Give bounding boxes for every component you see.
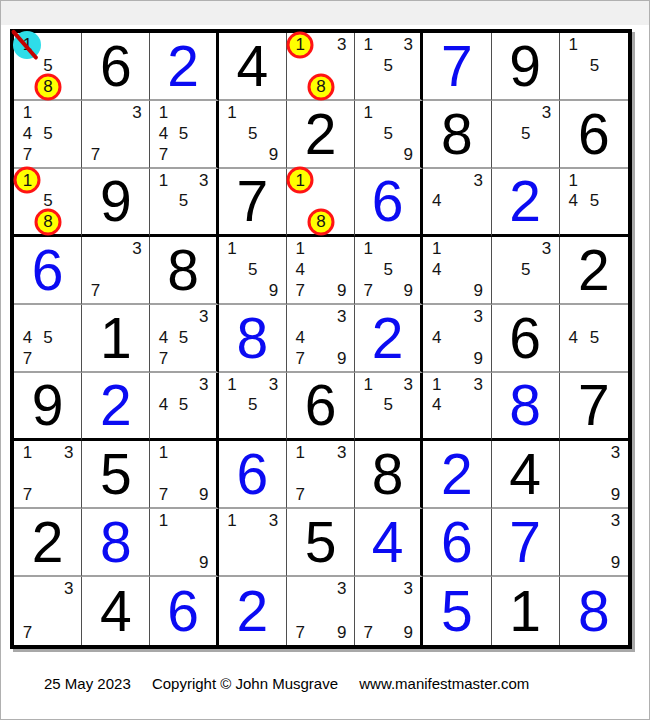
cell-r9c4[interactable]: 2 — [219, 577, 287, 645]
empty-candidate-slot — [331, 259, 352, 280]
empty-candidate-slot — [127, 259, 148, 280]
empty-candidate-slot — [563, 306, 584, 327]
cell-r9c8[interactable]: 1 — [492, 577, 560, 645]
candidate-1[interactable]: 1 — [290, 238, 311, 259]
empty-candidate-slot — [515, 238, 536, 259]
empty-candidate-slot — [222, 123, 243, 144]
candidate-3[interactable]: 3 — [468, 170, 489, 191]
empty-candidate-slot — [584, 484, 605, 505]
candidate-9[interactable]: 9 — [398, 621, 418, 643]
candidate-1-highlighted[interactable]: 1 — [17, 170, 38, 191]
cell-r1c5[interactable]: 138 — [287, 33, 355, 101]
cell-r7c6[interactable]: 8 — [355, 441, 423, 509]
candidate-3[interactable]: 3 — [605, 510, 626, 531]
cell-r2c1[interactable]: 1457 — [14, 101, 82, 169]
candidate-9[interactable]: 9 — [331, 348, 352, 369]
empty-candidate-slot — [398, 415, 418, 436]
empty-candidate-slot — [153, 306, 173, 327]
empty-candidate-slot — [17, 191, 38, 212]
candidate-7[interactable]: 7 — [290, 621, 311, 643]
cell-r3c1[interactable]: 158 — [14, 169, 82, 237]
pencil-marks: 158 — [17, 34, 79, 97]
candidate-4[interactable]: 4 — [153, 123, 173, 144]
candidate-1[interactable]: 1 — [358, 102, 378, 123]
candidate-8-highlighted[interactable]: 8 — [311, 76, 332, 97]
pencil-marks: 159 — [222, 238, 284, 301]
cell-r2c5[interactable]: 2 — [287, 101, 355, 169]
empty-candidate-slot — [106, 259, 127, 280]
candidate-7[interactable]: 7 — [17, 348, 38, 369]
cell-r3c9[interactable]: 145 — [560, 169, 628, 237]
candidate-3[interactable]: 3 — [468, 306, 489, 327]
candidate-3[interactable]: 3 — [536, 238, 557, 259]
cell-r9c3[interactable]: 6 — [150, 577, 218, 645]
candidate-4[interactable]: 4 — [290, 327, 311, 348]
cell-r4c7[interactable]: 149 — [423, 237, 491, 305]
empty-candidate-slot — [378, 34, 398, 55]
candidate-1[interactable]: 1 — [222, 374, 243, 395]
candidate-3[interactable]: 3 — [263, 374, 284, 395]
candidate-4[interactable]: 4 — [563, 327, 584, 348]
empty-candidate-slot — [222, 144, 243, 165]
candidate-5[interactable]: 5 — [515, 123, 536, 144]
empty-candidate-slot — [263, 259, 284, 280]
cell-r7c1[interactable]: 137 — [14, 441, 82, 509]
candidate-9[interactable]: 9 — [398, 280, 418, 301]
cell-r6c1[interactable]: 9 — [14, 373, 82, 441]
empty-candidate-slot — [174, 306, 194, 327]
pencil-marks: 379 — [358, 578, 418, 643]
empty-candidate-slot — [222, 552, 243, 573]
cell-r8c8[interactable]: 7 — [492, 509, 560, 577]
candidate-1[interactable]: 1 — [153, 102, 173, 123]
cell-r4c4[interactable]: 159 — [219, 237, 287, 305]
solved-digit-6: 6 — [150, 577, 215, 645]
empty-candidate-slot — [263, 102, 284, 123]
empty-candidate-slot — [38, 442, 59, 463]
candidate-3[interactable]: 3 — [194, 374, 214, 395]
empty-candidate-slot — [242, 102, 263, 123]
empty-candidate-slot — [153, 374, 173, 395]
cell-r8c3[interactable]: 19 — [150, 509, 218, 577]
candidate-4[interactable]: 4 — [290, 259, 311, 280]
empty-candidate-slot — [358, 144, 378, 165]
cell-r5c3[interactable]: 3457 — [150, 305, 218, 373]
cell-r4c1[interactable]: 6 — [14, 237, 82, 305]
cell-r7c4[interactable]: 6 — [219, 441, 287, 509]
cell-r1c2[interactable]: 6 — [82, 33, 150, 101]
cell-r1c4[interactable]: 4 — [219, 33, 287, 101]
cell-r2c2[interactable]: 37 — [82, 101, 150, 169]
candidate-5[interactable]: 5 — [174, 191, 194, 212]
candidate-9[interactable]: 9 — [331, 621, 352, 643]
empty-candidate-slot — [358, 123, 378, 144]
empty-candidate-slot — [605, 327, 626, 348]
candidate-1[interactable]: 1 — [358, 34, 378, 55]
candidate-5[interactable]: 5 — [378, 55, 398, 76]
cell-r8c6[interactable]: 4 — [355, 509, 423, 577]
empty-candidate-slot — [358, 600, 378, 622]
cell-r8c9[interactable]: 39 — [560, 509, 628, 577]
empty-candidate-slot — [242, 238, 263, 259]
empty-candidate-slot — [38, 621, 59, 643]
solved-digit-2: 2 — [219, 577, 286, 645]
cell-r9c1[interactable]: 37 — [14, 577, 82, 645]
candidate-9[interactable]: 9 — [194, 484, 214, 505]
cell-r4c8[interactable]: 35 — [492, 237, 560, 305]
candidate-1[interactable]: 1 — [153, 442, 173, 463]
candidate-3[interactable]: 3 — [331, 34, 352, 55]
cell-r9c9[interactable]: 8 — [560, 577, 628, 645]
candidate-3[interactable]: 3 — [58, 578, 79, 600]
cell-r1c1[interactable]: 158 — [14, 33, 82, 101]
pencil-marks: 13 — [222, 510, 284, 573]
candidate-9[interactable]: 9 — [263, 144, 284, 165]
cell-r7c5[interactable]: 137 — [287, 441, 355, 509]
cell-r9c5[interactable]: 379 — [287, 577, 355, 645]
empty-candidate-slot — [398, 55, 418, 76]
empty-candidate-slot — [563, 552, 584, 573]
candidate-7[interactable]: 7 — [17, 621, 38, 643]
candidate-9[interactable]: 9 — [468, 348, 489, 369]
empty-candidate-slot — [378, 415, 398, 436]
empty-candidate-slot — [58, 170, 79, 191]
empty-candidate-slot — [468, 327, 489, 348]
empty-candidate-slot — [222, 259, 243, 280]
given-digit-6: 6 — [492, 305, 559, 371]
given-digit-1: 1 — [82, 305, 149, 371]
candidate-3[interactable]: 3 — [398, 578, 418, 600]
cell-r5c5[interactable]: 3479 — [287, 305, 355, 373]
cell-r6c6[interactable]: 135 — [355, 373, 423, 441]
cell-r4c3[interactable]: 8 — [150, 237, 218, 305]
cell-r3c7[interactable]: 34 — [423, 169, 491, 237]
candidate-7[interactable]: 7 — [290, 484, 311, 505]
candidate-7[interactable]: 7 — [153, 484, 173, 505]
footer: 25 May 2023 Copyright © John Musgrave ww… — [44, 675, 529, 692]
cell-r5c8[interactable]: 6 — [492, 305, 560, 373]
empty-candidate-slot — [515, 102, 536, 123]
empty-candidate-slot — [398, 123, 418, 144]
empty-candidate-slot — [153, 463, 173, 484]
candidate-5[interactable]: 5 — [38, 327, 59, 348]
given-digit-6: 6 — [560, 101, 628, 167]
cell-r9c6[interactable]: 379 — [355, 577, 423, 645]
candidate-1[interactable]: 1 — [222, 510, 243, 531]
cell-r1c9[interactable]: 15 — [560, 33, 628, 101]
cell-r1c7[interactable]: 7 — [423, 33, 491, 101]
cell-r1c3[interactable]: 2 — [150, 33, 218, 101]
cell-r6c5[interactable]: 6 — [287, 373, 355, 441]
candidate-5[interactable]: 5 — [378, 395, 398, 416]
candidate-4[interactable]: 4 — [426, 327, 447, 348]
candidate-1-highlighted[interactable]: 1 — [290, 170, 311, 191]
candidate-5[interactable]: 5 — [378, 123, 398, 144]
empty-candidate-slot — [194, 191, 214, 212]
empty-candidate-slot — [605, 531, 626, 552]
solved-digit-7: 7 — [492, 509, 559, 575]
candidate-1[interactable]: 1 — [426, 238, 447, 259]
candidate-7[interactable]: 7 — [358, 621, 378, 643]
empty-candidate-slot — [311, 600, 332, 622]
pencil-marks: 137 — [290, 442, 352, 505]
candidate-1[interactable]: 1 — [563, 34, 584, 55]
cell-r6c9[interactable]: 7 — [560, 373, 628, 441]
candidate-9[interactable]: 9 — [468, 280, 489, 301]
candidate-3[interactable]: 3 — [127, 238, 148, 259]
candidate-1[interactable]: 1 — [358, 238, 378, 259]
candidate-7[interactable]: 7 — [85, 144, 106, 165]
empty-candidate-slot — [290, 463, 311, 484]
empty-candidate-slot — [447, 327, 468, 348]
empty-candidate-slot — [331, 76, 352, 97]
empty-candidate-slot — [584, 531, 605, 552]
candidate-3[interactable]: 3 — [331, 306, 352, 327]
candidate-5[interactable]: 5 — [378, 259, 398, 280]
candidate-4[interactable]: 4 — [426, 259, 447, 280]
candidate-4[interactable]: 4 — [17, 123, 38, 144]
candidate-4[interactable]: 4 — [153, 395, 173, 416]
candidate-9[interactable]: 9 — [263, 280, 284, 301]
candidate-1[interactable]: 1 — [358, 374, 378, 395]
cell-r4c5[interactable]: 1479 — [287, 237, 355, 305]
cell-r3c8[interactable]: 2 — [492, 169, 560, 237]
candidate-5[interactable]: 5 — [242, 123, 263, 144]
cell-r6c8[interactable]: 8 — [492, 373, 560, 441]
cell-r4c6[interactable]: 1579 — [355, 237, 423, 305]
empty-candidate-slot — [58, 484, 79, 505]
candidate-4[interactable]: 4 — [426, 395, 447, 416]
empty-candidate-slot — [106, 280, 127, 301]
cell-r3c4[interactable]: 7 — [219, 169, 287, 237]
candidate-3[interactable]: 3 — [194, 170, 214, 191]
candidate-5[interactable]: 5 — [38, 123, 59, 144]
empty-candidate-slot — [605, 463, 626, 484]
candidate-7[interactable]: 7 — [153, 348, 173, 369]
empty-candidate-slot — [38, 144, 59, 165]
empty-candidate-slot — [358, 578, 378, 600]
empty-candidate-slot — [58, 463, 79, 484]
empty-candidate-slot — [358, 415, 378, 436]
empty-candidate-slot — [398, 102, 418, 123]
cell-r7c3[interactable]: 179 — [150, 441, 218, 509]
empty-candidate-slot — [536, 280, 557, 301]
candidate-7[interactable]: 7 — [153, 144, 173, 165]
empty-candidate-slot — [17, 306, 38, 327]
candidate-8-highlighted[interactable]: 8 — [311, 211, 332, 232]
cell-r8c4[interactable]: 13 — [219, 509, 287, 577]
empty-candidate-slot — [38, 34, 59, 55]
top-strip — [1, 1, 649, 25]
cell-r3c2[interactable]: 9 — [82, 169, 150, 237]
cell-r5c4[interactable]: 8 — [219, 305, 287, 373]
solved-digit-2: 2 — [492, 169, 559, 234]
cell-r5c7[interactable]: 349 — [423, 305, 491, 373]
cell-r2c4[interactable]: 159 — [219, 101, 287, 169]
candidate-5[interactable]: 5 — [174, 395, 194, 416]
cell-r1c8[interactable]: 9 — [492, 33, 560, 101]
cell-r2c8[interactable]: 35 — [492, 101, 560, 169]
empty-candidate-slot — [153, 531, 173, 552]
cell-r6c4[interactable]: 135 — [219, 373, 287, 441]
empty-candidate-slot — [331, 463, 352, 484]
candidate-9[interactable]: 9 — [194, 552, 214, 573]
solved-digit-6: 6 — [14, 237, 81, 303]
given-digit-8: 8 — [150, 237, 215, 303]
empty-candidate-slot — [495, 280, 516, 301]
candidate-3[interactable]: 3 — [398, 34, 418, 55]
cell-r8c7[interactable]: 6 — [423, 509, 491, 577]
candidate-1[interactable]: 1 — [290, 442, 311, 463]
cell-r8c2[interactable]: 8 — [82, 509, 150, 577]
empty-candidate-slot — [358, 76, 378, 97]
candidate-1[interactable]: 1 — [222, 102, 243, 123]
cell-r5c6[interactable]: 2 — [355, 305, 423, 373]
cell-r4c2[interactable]: 37 — [82, 237, 150, 305]
candidate-9[interactable]: 9 — [605, 552, 626, 573]
candidate-4[interactable]: 4 — [153, 327, 173, 348]
empty-candidate-slot — [38, 578, 59, 600]
candidate-7[interactable]: 7 — [85, 280, 106, 301]
cell-r1c6[interactable]: 135 — [355, 33, 423, 101]
cell-r6c2[interactable]: 2 — [82, 373, 150, 441]
candidate-8-highlighted[interactable]: 8 — [38, 76, 59, 97]
cell-r9c7[interactable]: 5 — [423, 577, 491, 645]
candidate-8-highlighted[interactable]: 8 — [38, 211, 59, 232]
empty-candidate-slot — [242, 415, 263, 436]
cell-r3c3[interactable]: 135 — [150, 169, 218, 237]
candidate-5[interactable]: 5 — [584, 191, 605, 212]
candidate-5[interactable]: 5 — [242, 259, 263, 280]
given-digit-5: 5 — [287, 509, 354, 575]
empty-candidate-slot — [311, 238, 332, 259]
pencil-marks: 34 — [426, 170, 488, 232]
candidate-5[interactable]: 5 — [584, 327, 605, 348]
cell-r5c9[interactable]: 45 — [560, 305, 628, 373]
empty-candidate-slot — [263, 415, 284, 436]
cell-r6c3[interactable]: 345 — [150, 373, 218, 441]
solved-digit-2: 2 — [423, 441, 490, 507]
candidate-9[interactable]: 9 — [605, 484, 626, 505]
pencil-marks: 15 — [563, 34, 626, 97]
candidate-1[interactable]: 1 — [17, 442, 38, 463]
candidate-3[interactable]: 3 — [398, 374, 418, 395]
empty-candidate-slot — [426, 170, 447, 191]
candidate-3[interactable]: 3 — [605, 442, 626, 463]
empty-candidate-slot — [222, 415, 243, 436]
candidate-3[interactable]: 3 — [263, 510, 284, 531]
candidate-1-highlighted[interactable]: 1 — [290, 34, 311, 55]
candidate-3[interactable]: 3 — [127, 102, 148, 123]
empty-candidate-slot — [447, 306, 468, 327]
candidate-3[interactable]: 3 — [468, 374, 489, 395]
candidate-9[interactable]: 9 — [331, 280, 352, 301]
solved-digit-6: 6 — [219, 441, 286, 507]
cell-r2c9[interactable]: 6 — [560, 101, 628, 169]
empty-candidate-slot — [38, 102, 59, 123]
candidate-5[interactable]: 5 — [584, 55, 605, 76]
candidate-3[interactable]: 3 — [331, 578, 352, 600]
candidate-7[interactable]: 7 — [17, 144, 38, 165]
candidate-1[interactable]: 1 — [17, 102, 38, 123]
candidate-9[interactable]: 9 — [398, 144, 418, 165]
cell-r7c9[interactable]: 39 — [560, 441, 628, 509]
candidate-7[interactable]: 7 — [290, 348, 311, 369]
candidate-1[interactable]: 1 — [153, 510, 173, 531]
candidate-1[interactable]: 1 — [153, 170, 173, 191]
empty-candidate-slot — [331, 327, 352, 348]
cell-r8c1[interactable]: 2 — [14, 509, 82, 577]
empty-candidate-slot — [85, 123, 106, 144]
candidate-4[interactable]: 4 — [17, 327, 38, 348]
candidate-5[interactable]: 5 — [515, 259, 536, 280]
candidate-3[interactable]: 3 — [331, 442, 352, 463]
empty-candidate-slot — [378, 578, 398, 600]
cell-r5c2[interactable]: 1 — [82, 305, 150, 373]
candidate-3[interactable]: 3 — [194, 306, 214, 327]
footer-date: 25 May 2023 — [44, 675, 131, 692]
empty-candidate-slot — [447, 191, 468, 212]
empty-candidate-slot — [242, 510, 263, 531]
pencil-marks: 135 — [358, 374, 418, 436]
cell-r7c2[interactable]: 5 — [82, 441, 150, 509]
candidate-3[interactable]: 3 — [58, 442, 79, 463]
empty-candidate-slot — [584, 76, 605, 97]
candidate-1[interactable]: 1 — [222, 238, 243, 259]
empty-candidate-slot — [495, 123, 516, 144]
cell-r9c2[interactable]: 4 — [82, 577, 150, 645]
cell-r3c6[interactable]: 6 — [355, 169, 423, 237]
cell-r6c7[interactable]: 134 — [423, 373, 491, 441]
candidate-3[interactable]: 3 — [536, 102, 557, 123]
empty-candidate-slot — [331, 211, 352, 232]
empty-candidate-slot — [311, 259, 332, 280]
pencil-marks: 35 — [495, 102, 557, 165]
cell-r3c5[interactable]: 18 — [287, 169, 355, 237]
empty-candidate-slot — [263, 552, 284, 573]
empty-candidate-slot — [311, 621, 332, 643]
empty-candidate-slot — [194, 123, 214, 144]
candidate-1-cursor-eliminating[interactable]: 1 — [17, 34, 38, 55]
given-digit-9: 9 — [492, 33, 559, 99]
cell-r2c3[interactable]: 1457 — [150, 101, 218, 169]
pencil-marks: 39 — [563, 510, 626, 573]
cell-r7c7[interactable]: 2 — [423, 441, 491, 509]
cell-r4c9[interactable]: 2 — [560, 237, 628, 305]
candidate-4[interactable]: 4 — [563, 191, 584, 212]
cell-r2c6[interactable]: 159 — [355, 101, 423, 169]
candidate-5[interactable]: 5 — [174, 123, 194, 144]
solved-digit-7: 7 — [423, 33, 490, 99]
cell-r7c8[interactable]: 4 — [492, 441, 560, 509]
empty-candidate-slot — [398, 395, 418, 416]
cell-r2c7[interactable]: 8 — [423, 101, 491, 169]
candidate-7[interactable]: 7 — [358, 280, 378, 301]
cell-r8c5[interactable]: 5 — [287, 509, 355, 577]
solved-digit-8: 8 — [492, 373, 559, 438]
pencil-marks: 149 — [426, 238, 488, 301]
cell-r5c1[interactable]: 457 — [14, 305, 82, 373]
empty-candidate-slot — [242, 531, 263, 552]
candidate-4[interactable]: 4 — [426, 191, 447, 212]
candidate-1[interactable]: 1 — [563, 170, 584, 191]
empty-candidate-slot — [58, 327, 79, 348]
candidate-7[interactable]: 7 — [17, 484, 38, 505]
candidate-5[interactable]: 5 — [174, 327, 194, 348]
candidate-1[interactable]: 1 — [426, 374, 447, 395]
candidate-7[interactable]: 7 — [290, 280, 311, 301]
candidate-5[interactable]: 5 — [242, 395, 263, 416]
